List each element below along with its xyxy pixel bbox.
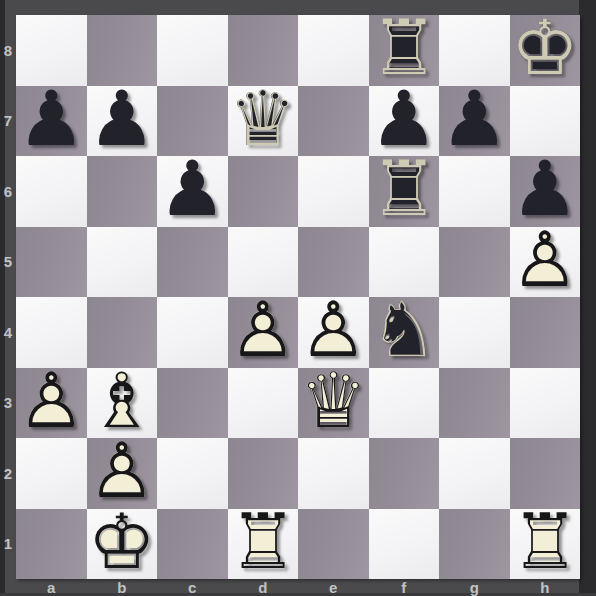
square-g8[interactable] <box>439 15 510 86</box>
rank-labels: 87654321 <box>0 15 16 579</box>
square-e7[interactable] <box>298 86 369 157</box>
white-queen-e3[interactable]: ♛♕ <box>298 368 369 439</box>
white-queen-glyph: ♛ <box>298 366 369 437</box>
square-f8[interactable]: ♜♖ <box>369 15 440 86</box>
file-label-a: a <box>16 579 87 596</box>
white-rook-outline: ♖ <box>228 507 299 578</box>
white-king-outline: ♔ <box>87 507 158 578</box>
square-b3[interactable]: ♝♗ <box>87 368 158 439</box>
file-label-c: c <box>157 579 228 596</box>
file-label-f: f <box>369 579 440 596</box>
square-f4[interactable]: ♞♘ <box>369 297 440 368</box>
white-pawn-outline: ♙ <box>87 436 158 507</box>
white-pawn-glyph: ♟ <box>16 366 87 437</box>
white-rook-glyph: ♜ <box>228 507 299 578</box>
square-g7[interactable]: ♟ <box>439 86 510 157</box>
white-rook-d1[interactable]: ♜♖ <box>228 509 299 580</box>
square-b4[interactable] <box>87 297 158 368</box>
white-bishop-glyph: ♝ <box>87 366 158 437</box>
square-d4[interactable]: ♟♙ <box>228 297 299 368</box>
file-label-g: g <box>439 579 510 596</box>
black-rook-f8[interactable]: ♜♖ <box>369 15 440 86</box>
square-c7[interactable] <box>157 86 228 157</box>
square-b8[interactable] <box>87 15 158 86</box>
white-pawn-glyph: ♟ <box>87 436 158 507</box>
white-pawn-d4[interactable]: ♟♙ <box>228 297 299 368</box>
rank-label-2: 2 <box>0 438 16 509</box>
square-h2[interactable] <box>510 438 581 509</box>
square-a3[interactable]: ♟♙ <box>16 368 87 439</box>
white-pawn-a3[interactable]: ♟♙ <box>16 368 87 439</box>
white-queen-outline: ♕ <box>298 366 369 437</box>
square-c1[interactable] <box>157 509 228 580</box>
square-h4[interactable] <box>510 297 581 368</box>
file-label-h: h <box>510 579 581 596</box>
white-pawn-outline: ♙ <box>510 225 581 296</box>
square-a6[interactable] <box>16 156 87 227</box>
white-pawn-outline: ♙ <box>228 295 299 366</box>
white-bishop-outline: ♗ <box>87 366 158 437</box>
file-label-d: d <box>228 579 299 596</box>
square-e8[interactable] <box>298 15 369 86</box>
square-b5[interactable] <box>87 227 158 298</box>
square-e4[interactable]: ♟♙ <box>298 297 369 368</box>
square-f6[interactable]: ♜♖ <box>369 156 440 227</box>
black-pawn-glyph: ♟ <box>510 154 581 225</box>
square-h5[interactable]: ♟♙ <box>510 227 581 298</box>
chess-app-window: 87654321 abcdefgh ♜♖♚♔♟♟♛♕♟♟♟♜♖♟♟♙♟♙♟♙♞♘… <box>0 0 596 596</box>
square-f3[interactable] <box>369 368 440 439</box>
black-pawn-h6[interactable]: ♟ <box>510 156 581 227</box>
square-c8[interactable] <box>157 15 228 86</box>
black-knight-f4[interactable]: ♞♘ <box>369 297 440 368</box>
square-d5[interactable] <box>228 227 299 298</box>
black-pawn-glyph: ♟ <box>439 84 510 155</box>
square-d6[interactable] <box>228 156 299 227</box>
black-rook-outline: ♖ <box>369 154 440 225</box>
rank-label-5: 5 <box>0 227 16 298</box>
square-d2[interactable] <box>228 438 299 509</box>
square-g1[interactable] <box>439 509 510 580</box>
square-b2[interactable]: ♟♙ <box>87 438 158 509</box>
square-e2[interactable] <box>298 438 369 509</box>
black-king-outline: ♔ <box>510 13 581 84</box>
rank-label-4: 4 <box>0 297 16 368</box>
white-rook-outline: ♖ <box>510 507 581 578</box>
black-pawn-c6[interactable]: ♟ <box>157 156 228 227</box>
black-pawn-glyph: ♟ <box>369 84 440 155</box>
black-pawn-glyph: ♟ <box>157 154 228 225</box>
square-a7[interactable]: ♟ <box>16 86 87 157</box>
white-pawn-glyph: ♟ <box>228 295 299 366</box>
square-h7[interactable] <box>510 86 581 157</box>
square-a2[interactable] <box>16 438 87 509</box>
square-e5[interactable] <box>298 227 369 298</box>
square-a1[interactable] <box>16 509 87 580</box>
square-c5[interactable] <box>157 227 228 298</box>
chess-board: ♜♖♚♔♟♟♛♕♟♟♟♜♖♟♟♙♟♙♟♙♞♘♟♙♝♗♛♕♟♙♚♔♜♖♜♖ <box>16 15 580 579</box>
file-label-e: e <box>298 579 369 596</box>
white-pawn-h5[interactable]: ♟♙ <box>510 227 581 298</box>
square-g4[interactable] <box>439 297 510 368</box>
rank-label-7: 7 <box>0 86 16 157</box>
square-g3[interactable] <box>439 368 510 439</box>
black-pawn-g7[interactable]: ♟ <box>439 86 510 157</box>
black-knight-glyph: ♞ <box>369 295 440 366</box>
square-c2[interactable] <box>157 438 228 509</box>
square-d1[interactable]: ♜♖ <box>228 509 299 580</box>
file-labels: abcdefgh <box>16 579 580 596</box>
black-rook-f6[interactable]: ♜♖ <box>369 156 440 227</box>
black-queen-d7[interactable]: ♛♕ <box>228 86 299 157</box>
white-pawn-glyph: ♟ <box>510 225 581 296</box>
white-pawn-b2[interactable]: ♟♙ <box>87 438 158 509</box>
square-e6[interactable] <box>298 156 369 227</box>
black-pawn-glyph: ♟ <box>87 84 158 155</box>
frame-right-edge <box>579 0 596 596</box>
file-label-b: b <box>87 579 158 596</box>
rank-label-8: 8 <box>0 15 16 86</box>
square-d7[interactable]: ♛♕ <box>228 86 299 157</box>
square-h1[interactable]: ♜♖ <box>510 509 581 580</box>
black-pawn-glyph: ♟ <box>16 84 87 155</box>
black-king-glyph: ♚ <box>510 13 581 84</box>
square-c3[interactable] <box>157 368 228 439</box>
black-rook-glyph: ♜ <box>369 13 440 84</box>
square-a4[interactable] <box>16 297 87 368</box>
square-g5[interactable] <box>439 227 510 298</box>
square-c6[interactable]: ♟ <box>157 156 228 227</box>
square-d3[interactable] <box>228 368 299 439</box>
black-king-h8[interactable]: ♚♔ <box>510 15 581 86</box>
white-king-b1[interactable]: ♚♔ <box>87 509 158 580</box>
rank-label-3: 3 <box>0 368 16 439</box>
black-rook-glyph: ♜ <box>369 154 440 225</box>
white-pawn-outline: ♙ <box>16 366 87 437</box>
black-queen-outline: ♕ <box>228 84 299 155</box>
square-d8[interactable] <box>228 15 299 86</box>
white-rook-h1[interactable]: ♜♖ <box>510 509 581 580</box>
square-h3[interactable] <box>510 368 581 439</box>
black-pawn-b7[interactable]: ♟ <box>87 86 158 157</box>
rank-label-6: 6 <box>0 156 16 227</box>
square-g2[interactable] <box>439 438 510 509</box>
square-f1[interactable] <box>369 509 440 580</box>
white-pawn-glyph: ♟ <box>298 295 369 366</box>
white-king-glyph: ♚ <box>87 507 158 578</box>
square-h8[interactable]: ♚♔ <box>510 15 581 86</box>
black-queen-glyph: ♛ <box>228 84 299 155</box>
square-f2[interactable] <box>369 438 440 509</box>
square-a8[interactable] <box>16 15 87 86</box>
white-bishop-b3[interactable]: ♝♗ <box>87 368 158 439</box>
square-h6[interactable]: ♟ <box>510 156 581 227</box>
black-knight-outline: ♘ <box>369 295 440 366</box>
square-e3[interactable]: ♛♕ <box>298 368 369 439</box>
black-rook-outline: ♖ <box>369 13 440 84</box>
square-b1[interactable]: ♚♔ <box>87 509 158 580</box>
square-b7[interactable]: ♟ <box>87 86 158 157</box>
black-pawn-f7[interactable]: ♟ <box>369 86 440 157</box>
square-f7[interactable]: ♟ <box>369 86 440 157</box>
square-e1[interactable] <box>298 509 369 580</box>
square-b6[interactable] <box>87 156 158 227</box>
square-c4[interactable] <box>157 297 228 368</box>
white-pawn-outline: ♙ <box>298 295 369 366</box>
square-f5[interactable] <box>369 227 440 298</box>
square-a5[interactable] <box>16 227 87 298</box>
square-g6[interactable] <box>439 156 510 227</box>
black-pawn-a7[interactable]: ♟ <box>16 86 87 157</box>
white-pawn-e4[interactable]: ♟♙ <box>298 297 369 368</box>
white-rook-glyph: ♜ <box>510 507 581 578</box>
rank-label-1: 1 <box>0 509 16 580</box>
